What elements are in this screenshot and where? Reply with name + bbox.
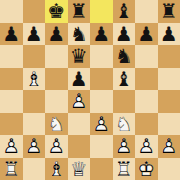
square-h8[interactable]: ♜︎ (158, 0, 181, 23)
white-knight-fill: ♞︎ (113, 113, 136, 136)
square-g6[interactable] (135, 45, 158, 68)
white-pawn[interactable]: ♙︎ (68, 90, 91, 113)
square-f8[interactable]: ♝︎ (113, 0, 136, 23)
square-f2[interactable]: ♟︎♙︎ (113, 135, 136, 158)
square-a5[interactable] (0, 68, 23, 91)
white-pawn[interactable]: ♙︎ (45, 135, 68, 158)
square-f6[interactable]: ♞︎ (113, 45, 136, 68)
square-a4[interactable] (0, 90, 23, 113)
square-d6[interactable]: ♛︎ (68, 45, 91, 68)
square-h2[interactable]: ♟︎♙︎ (158, 135, 181, 158)
square-g8[interactable] (135, 0, 158, 23)
square-b7[interactable]: ♟︎ (23, 23, 46, 46)
square-c5[interactable] (45, 68, 68, 91)
chess-board[interactable]: ♚︎♜︎♝︎♜︎♟︎♟︎♟︎♞︎♟︎♟︎♟︎♟︎♛︎♞︎♝︎♗︎♟︎♝︎♟︎♙︎… (0, 0, 180, 180)
square-d7[interactable]: ♞︎ (68, 23, 91, 46)
square-e6[interactable] (90, 45, 113, 68)
square-d2[interactable] (68, 135, 91, 158)
square-e4[interactable] (90, 90, 113, 113)
square-g4[interactable] (135, 90, 158, 113)
square-e2[interactable] (90, 135, 113, 158)
white-bishop-fill: ♝︎ (45, 158, 68, 181)
square-c1[interactable]: ♝︎♗︎ (45, 158, 68, 181)
square-h4[interactable] (158, 90, 181, 113)
square-a7[interactable]: ♟︎ (0, 23, 23, 46)
square-b2[interactable]: ♟︎♙︎ (23, 135, 46, 158)
white-pawn[interactable]: ♙︎ (135, 135, 158, 158)
white-pawn-fill: ♟︎ (135, 135, 158, 158)
black-pawn[interactable]: ♟︎ (135, 23, 158, 46)
white-rook-fill: ♜︎ (0, 158, 23, 181)
black-pawn[interactable]: ♟︎ (45, 23, 68, 46)
square-e8[interactable] (90, 0, 113, 23)
white-pawn[interactable]: ♙︎ (90, 113, 113, 136)
square-c2[interactable]: ♟︎♙︎ (45, 135, 68, 158)
square-d1[interactable]: ♛︎♕︎ (68, 158, 91, 181)
black-pawn[interactable]: ♟︎ (23, 23, 46, 46)
white-pawn-fill: ♟︎ (113, 135, 136, 158)
white-pawn[interactable]: ♙︎ (0, 135, 23, 158)
square-g3[interactable] (135, 113, 158, 136)
white-bishop[interactable]: ♗︎ (45, 158, 68, 181)
square-g7[interactable]: ♟︎ (135, 23, 158, 46)
square-h6[interactable] (158, 45, 181, 68)
white-pawn[interactable]: ♙︎ (113, 135, 136, 158)
square-h1[interactable] (158, 158, 181, 181)
square-c3[interactable]: ♞︎♘︎ (45, 113, 68, 136)
square-c7[interactable]: ♟︎ (45, 23, 68, 46)
black-king[interactable]: ♚︎ (45, 0, 68, 23)
white-king[interactable]: ♔︎ (135, 158, 158, 181)
square-c6[interactable] (45, 45, 68, 68)
square-a1[interactable]: ♜︎♖︎ (0, 158, 23, 181)
white-knight[interactable]: ♘︎ (45, 113, 68, 136)
square-d8[interactable]: ♜︎ (68, 0, 91, 23)
white-pawn-fill: ♟︎ (23, 135, 46, 158)
white-queen-fill: ♛︎ (68, 158, 91, 181)
black-pawn[interactable]: ♟︎ (90, 23, 113, 46)
square-g5[interactable] (135, 68, 158, 91)
square-e5[interactable] (90, 68, 113, 91)
square-f3[interactable]: ♞︎♘︎ (113, 113, 136, 136)
square-f1[interactable]: ♜︎♖︎ (113, 158, 136, 181)
white-pawn-fill: ♟︎ (90, 113, 113, 136)
white-pawn-fill: ♟︎ (45, 135, 68, 158)
white-pawn-fill: ♟︎ (158, 135, 181, 158)
square-f7[interactable]: ♟︎ (113, 23, 136, 46)
square-a8[interactable] (0, 0, 23, 23)
black-bishop[interactable]: ♝︎ (113, 0, 136, 23)
white-rook[interactable]: ♖︎ (0, 158, 23, 181)
white-bishop-fill: ♝︎ (23, 68, 46, 91)
white-rook[interactable]: ♖︎ (113, 158, 136, 181)
square-e1[interactable] (90, 158, 113, 181)
white-pawn[interactable]: ♙︎ (23, 135, 46, 158)
black-knight[interactable]: ♞︎ (68, 23, 91, 46)
white-rook-fill: ♜︎ (113, 158, 136, 181)
white-knight-fill: ♞︎ (45, 113, 68, 136)
square-b4[interactable] (23, 90, 46, 113)
white-pawn-fill: ♟︎ (68, 90, 91, 113)
square-e3[interactable]: ♟︎♙︎ (90, 113, 113, 136)
square-a3[interactable] (0, 113, 23, 136)
square-h3[interactable] (158, 113, 181, 136)
white-queen[interactable]: ♕︎ (68, 158, 91, 181)
square-f4[interactable] (113, 90, 136, 113)
square-b8[interactable] (23, 0, 46, 23)
white-king-fill: ♚︎ (135, 158, 158, 181)
square-b5[interactable]: ♝︎♗︎ (23, 68, 46, 91)
black-queen[interactable]: ♛︎ (68, 45, 91, 68)
white-pawn[interactable]: ♙︎ (158, 135, 181, 158)
black-pawn[interactable]: ♟︎ (158, 23, 181, 46)
square-b3[interactable] (23, 113, 46, 136)
square-a2[interactable]: ♟︎♙︎ (0, 135, 23, 158)
square-d4[interactable]: ♟︎♙︎ (68, 90, 91, 113)
white-knight[interactable]: ♘︎ (113, 113, 136, 136)
black-bishop[interactable]: ♝︎ (113, 68, 136, 91)
square-b1[interactable] (23, 158, 46, 181)
black-pawn[interactable]: ♟︎ (68, 68, 91, 91)
square-d5[interactable]: ♟︎ (68, 68, 91, 91)
square-c8[interactable]: ♚︎ (45, 0, 68, 23)
black-pawn[interactable]: ♟︎ (113, 23, 136, 46)
black-pawn[interactable]: ♟︎ (0, 23, 23, 46)
square-g2[interactable]: ♟︎♙︎ (135, 135, 158, 158)
white-bishop[interactable]: ♗︎ (23, 68, 46, 91)
black-rook[interactable]: ♜︎ (158, 0, 181, 23)
square-h7[interactable]: ♟︎ (158, 23, 181, 46)
square-e7[interactable]: ♟︎ (90, 23, 113, 46)
square-g1[interactable]: ♚︎♔︎ (135, 158, 158, 181)
square-f5[interactable]: ♝︎ (113, 68, 136, 91)
square-b6[interactable] (23, 45, 46, 68)
square-a6[interactable] (0, 45, 23, 68)
square-h5[interactable] (158, 68, 181, 91)
square-c4[interactable] (45, 90, 68, 113)
white-pawn-fill: ♟︎ (0, 135, 23, 158)
black-rook[interactable]: ♜︎ (68, 0, 91, 23)
square-d3[interactable] (68, 113, 91, 136)
black-knight[interactable]: ♞︎ (113, 45, 136, 68)
